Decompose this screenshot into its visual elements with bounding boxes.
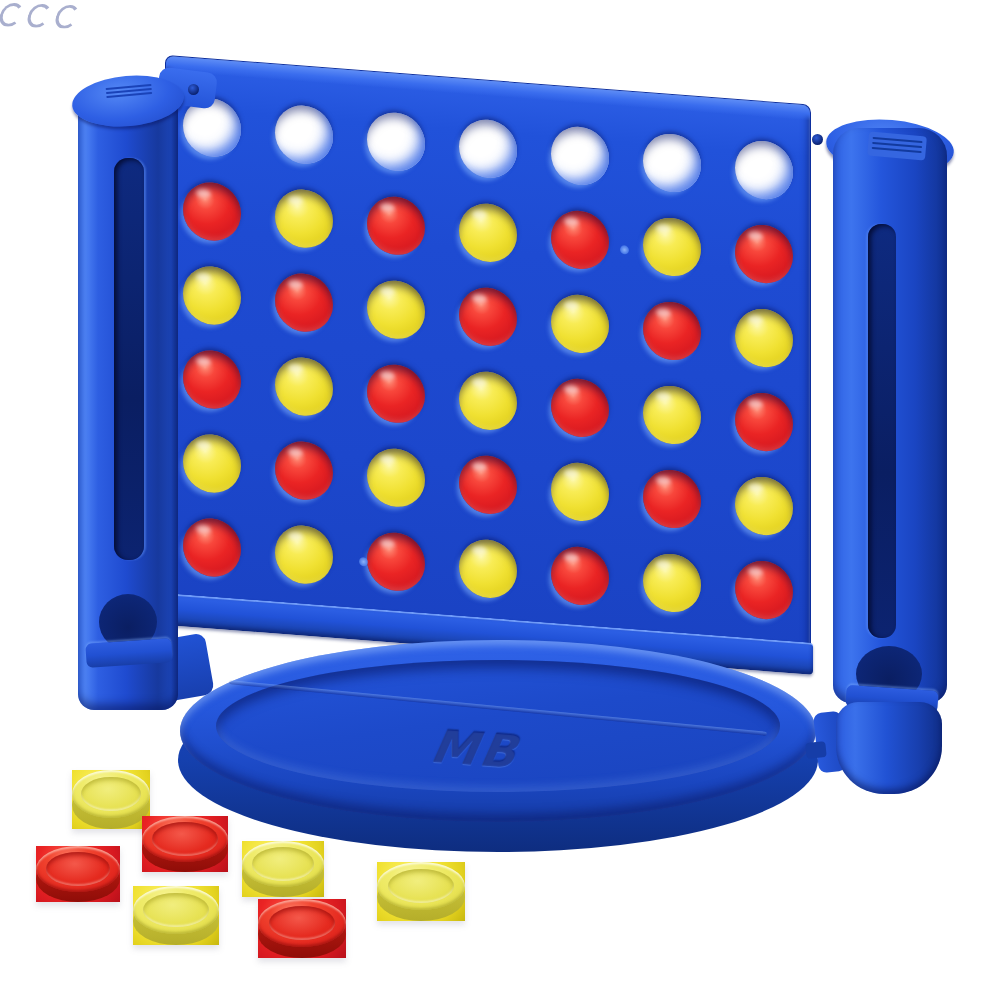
right-foot-peg	[805, 741, 827, 759]
right-hinge-pin	[812, 134, 823, 145]
red-disc-r2-c5	[551, 209, 609, 271]
empty-hole-r1-c2	[275, 103, 333, 165]
red-disc-r4-c1	[183, 348, 241, 410]
red-disc-r3-c4	[459, 286, 517, 348]
game-board-panel	[165, 55, 811, 674]
empty-hole-r1-c3	[367, 111, 425, 173]
red-disc-r3-c6	[643, 300, 701, 362]
yellow-loose-disc-6	[133, 886, 219, 945]
yellow-disc-r4-c2	[275, 355, 333, 417]
red-disc-r2-c3	[367, 195, 425, 257]
yellow-disc-r5-c5	[551, 461, 609, 523]
pivot-pin-dot	[359, 557, 368, 567]
yellow-disc-r3-c7	[735, 307, 793, 369]
left-pillar-slot	[114, 158, 144, 560]
yellow-disc-r2-c6	[643, 216, 701, 278]
board-grid	[166, 56, 810, 643]
empty-hole-r1-c7	[735, 139, 793, 201]
right-pillar-slot	[868, 224, 896, 638]
red-disc-r6-c7	[735, 559, 793, 621]
yellow-disc-r6-c4	[459, 538, 517, 600]
right-cap-ribs-icon	[867, 132, 927, 161]
yellow-disc-r6-c2	[275, 523, 333, 585]
red-disc-r4-c3	[367, 363, 425, 425]
red-loose-disc-2	[142, 816, 228, 872]
red-loose-disc-3	[36, 846, 120, 902]
yellow-disc-r2-c4	[459, 202, 517, 264]
yellow-disc-r3-c5	[551, 293, 609, 355]
yellow-disc-r2-c2	[275, 187, 333, 249]
empty-hole-r1-c4	[459, 118, 517, 180]
yellow-loose-disc-4	[242, 841, 324, 897]
red-disc-r5-c6	[643, 468, 701, 530]
red-disc-r4-c5	[551, 377, 609, 439]
yellow-loose-disc-5	[377, 862, 465, 921]
red-disc-r4-c7	[735, 391, 793, 453]
yellow-disc-r4-c4	[459, 370, 517, 432]
empty-hole-r1-c5	[551, 125, 609, 187]
pivot-pin-dot	[620, 245, 629, 255]
yellow-disc-r5-c1	[183, 432, 241, 494]
red-disc-r5-c4	[459, 454, 517, 516]
yellow-disc-r6-c6	[643, 552, 701, 614]
red-disc-r5-c2	[275, 439, 333, 501]
yellow-disc-r5-c3	[367, 447, 425, 509]
tray-mb-emboss: MB	[427, 719, 523, 778]
empty-hole-r1-c6	[643, 132, 701, 194]
scene: MB	[0, 0, 1000, 1000]
tray-logo-emboss	[0, 0, 90, 30]
yellow-disc-r5-c7	[735, 475, 793, 537]
red-disc-r6-c5	[551, 545, 609, 607]
red-disc-r6-c3	[367, 531, 425, 593]
red-disc-r2-c1	[183, 180, 241, 242]
red-loose-disc-7	[258, 899, 346, 958]
yellow-disc-r3-c3	[367, 279, 425, 341]
yellow-disc-r3-c1	[183, 264, 241, 326]
yellow-disc-r4-c6	[643, 384, 701, 446]
red-disc-r3-c2	[275, 271, 333, 333]
right-pillar-foot	[836, 702, 942, 794]
red-disc-r2-c7	[735, 223, 793, 285]
yellow-loose-disc-1	[72, 770, 150, 829]
left-hinge-pin	[188, 84, 199, 95]
red-disc-r6-c1	[183, 516, 241, 578]
